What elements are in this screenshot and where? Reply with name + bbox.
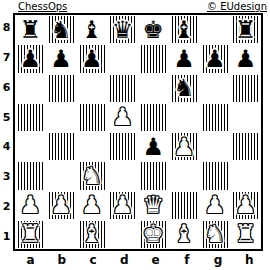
square-c1: ♝ bbox=[77, 220, 108, 249]
piece-black-pawn: ♟ bbox=[81, 45, 103, 73]
square-d2: ♟ bbox=[107, 191, 138, 220]
square-a1: ♜ bbox=[15, 220, 46, 249]
piece-black-knight: ♞ bbox=[173, 74, 195, 102]
file-label-d: d bbox=[109, 252, 140, 268]
square-c7: ♟ bbox=[77, 44, 108, 73]
square-a8: ♜ bbox=[15, 15, 46, 44]
square-g3 bbox=[200, 161, 231, 190]
piece-black-pawn: ♟ bbox=[20, 45, 42, 73]
square-h4 bbox=[230, 132, 261, 161]
square-b4 bbox=[46, 132, 77, 161]
rank-label-3: 3 bbox=[0, 162, 13, 192]
piece-black-pawn: ♟ bbox=[173, 45, 195, 73]
square-b8: ♞ bbox=[46, 15, 77, 44]
piece-white-pawn: ♟ bbox=[50, 191, 72, 219]
square-e3 bbox=[138, 161, 169, 190]
file-labels: abcdefgh bbox=[15, 252, 265, 268]
square-e6 bbox=[138, 74, 169, 103]
piece-black-pawn: ♟ bbox=[204, 45, 226, 73]
square-f3 bbox=[169, 161, 200, 190]
file-label-c: c bbox=[78, 252, 109, 268]
rank-label-8: 8 bbox=[0, 13, 13, 43]
square-f8: ♝ bbox=[169, 15, 200, 44]
square-f5 bbox=[169, 103, 200, 132]
square-f1: ♝ bbox=[169, 220, 200, 249]
piece-black-bishop: ♝ bbox=[81, 16, 103, 44]
square-f6: ♞ bbox=[169, 74, 200, 103]
square-c4 bbox=[77, 132, 108, 161]
piece-white-knight: ♞ bbox=[204, 220, 226, 248]
square-h2: ♟ bbox=[230, 191, 261, 220]
piece-black-pawn: ♟ bbox=[143, 133, 165, 161]
square-a3 bbox=[15, 161, 46, 190]
piece-white-pawn: ♟ bbox=[112, 103, 134, 131]
rank-label-4: 4 bbox=[0, 132, 13, 162]
piece-white-pawn: ♟ bbox=[173, 133, 195, 161]
piece-black-queen: ♛ bbox=[112, 16, 134, 44]
piece-black-pawn: ♟ bbox=[50, 45, 72, 73]
square-a6 bbox=[15, 74, 46, 103]
square-f2 bbox=[169, 191, 200, 220]
piece-white-pawn: ♟ bbox=[81, 191, 103, 219]
file-label-h: h bbox=[234, 252, 265, 268]
rank-label-2: 2 bbox=[0, 192, 13, 222]
square-c3: ♞ bbox=[77, 161, 108, 190]
piece-white-pawn: ♟ bbox=[112, 191, 134, 219]
square-a7: ♟ bbox=[15, 44, 46, 73]
piece-white-rook: ♜ bbox=[235, 220, 257, 248]
square-a2: ♟ bbox=[15, 191, 46, 220]
piece-white-pawn: ♟ bbox=[20, 191, 42, 219]
square-e5 bbox=[138, 103, 169, 132]
file-label-a: a bbox=[15, 252, 46, 268]
piece-white-bishop: ♝ bbox=[81, 220, 103, 248]
square-g5 bbox=[200, 103, 231, 132]
square-e1: ♚ bbox=[138, 220, 169, 249]
square-e2: ♛ bbox=[138, 191, 169, 220]
square-d8: ♛ bbox=[107, 15, 138, 44]
square-d4 bbox=[107, 132, 138, 161]
square-c5 bbox=[77, 103, 108, 132]
square-c2: ♟ bbox=[77, 191, 108, 220]
square-g2: ♟ bbox=[200, 191, 231, 220]
piece-white-pawn: ♟ bbox=[204, 191, 226, 219]
square-b3 bbox=[46, 161, 77, 190]
square-g8 bbox=[200, 15, 231, 44]
piece-white-knight: ♞ bbox=[81, 162, 103, 190]
square-c8: ♝ bbox=[77, 15, 108, 44]
file-label-g: g bbox=[203, 252, 234, 268]
square-h8: ♜ bbox=[230, 15, 261, 44]
square-d6 bbox=[107, 74, 138, 103]
square-h7: ♟ bbox=[230, 44, 261, 73]
piece-black-rook: ♜ bbox=[235, 16, 257, 44]
piece-white-king: ♚ bbox=[143, 220, 165, 248]
square-d5: ♟ bbox=[107, 103, 138, 132]
rank-label-5: 5 bbox=[0, 102, 13, 132]
square-b2: ♟ bbox=[46, 191, 77, 220]
chess-board: ♜♞♝♛♚♝♜♟♟♟♟♟♟♞♟♟♟♞♟♟♟♟♛♟♟♜♝♚♝♞♜ bbox=[13, 13, 263, 251]
square-a5 bbox=[15, 103, 46, 132]
square-g7: ♟ bbox=[200, 44, 231, 73]
square-e7 bbox=[138, 44, 169, 73]
square-h5 bbox=[230, 103, 261, 132]
square-h6 bbox=[230, 74, 261, 103]
piece-black-knight: ♞ bbox=[50, 16, 72, 44]
piece-white-pawn: ♟ bbox=[235, 191, 257, 219]
square-d7 bbox=[107, 44, 138, 73]
file-label-f: f bbox=[171, 252, 202, 268]
rank-label-7: 7 bbox=[0, 43, 13, 73]
rank-label-6: 6 bbox=[0, 73, 13, 103]
square-b1 bbox=[46, 220, 77, 249]
square-b5 bbox=[46, 103, 77, 132]
app-title-link[interactable]: ChessOps bbox=[18, 1, 67, 12]
square-d1 bbox=[107, 220, 138, 249]
square-e4: ♟ bbox=[138, 132, 169, 161]
piece-black-king: ♚ bbox=[143, 16, 165, 44]
piece-black-bishop: ♝ bbox=[173, 16, 195, 44]
square-g1: ♞ bbox=[200, 220, 231, 249]
square-f4: ♟ bbox=[169, 132, 200, 161]
square-c6 bbox=[77, 74, 108, 103]
file-label-e: e bbox=[140, 252, 171, 268]
piece-white-rook: ♜ bbox=[20, 220, 42, 248]
square-b7: ♟ bbox=[46, 44, 77, 73]
piece-black-pawn: ♟ bbox=[235, 45, 257, 73]
piece-white-queen: ♛ bbox=[143, 191, 165, 219]
square-b6 bbox=[46, 74, 77, 103]
square-e8: ♚ bbox=[138, 15, 169, 44]
square-h3 bbox=[230, 161, 261, 190]
square-h1: ♜ bbox=[230, 220, 261, 249]
piece-white-bishop: ♝ bbox=[173, 220, 195, 248]
square-g6 bbox=[200, 74, 231, 103]
square-f7: ♟ bbox=[169, 44, 200, 73]
square-a4 bbox=[15, 132, 46, 161]
file-label-b: b bbox=[46, 252, 77, 268]
rank-labels: 87654321 bbox=[0, 13, 13, 251]
rank-label-1: 1 bbox=[0, 221, 13, 251]
credit-link[interactable]: © EUdesign bbox=[207, 1, 267, 12]
piece-black-rook: ♜ bbox=[20, 16, 42, 44]
square-g4 bbox=[200, 132, 231, 161]
square-d3 bbox=[107, 161, 138, 190]
